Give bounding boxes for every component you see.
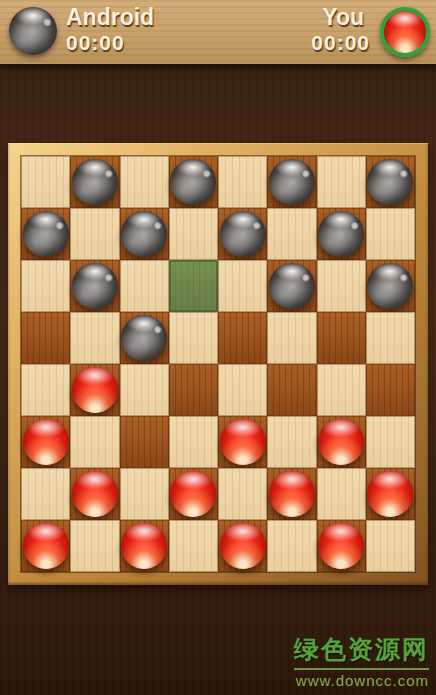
square-r7c2[interactable] bbox=[120, 520, 169, 572]
silver-piece[interactable] bbox=[121, 211, 167, 257]
square-r2c1[interactable] bbox=[70, 260, 119, 312]
square-r5c3 bbox=[169, 416, 218, 468]
watermark-url: www.downcc.com bbox=[294, 672, 429, 689]
square-r5c2[interactable] bbox=[120, 416, 169, 468]
square-r3c5 bbox=[267, 312, 316, 364]
square-r0c5[interactable] bbox=[267, 156, 316, 208]
square-r0c6 bbox=[317, 156, 366, 208]
silver-piece[interactable] bbox=[72, 159, 118, 205]
square-r1c0[interactable] bbox=[21, 208, 70, 260]
square-r4c2 bbox=[120, 364, 169, 416]
red-piece[interactable] bbox=[72, 367, 118, 413]
silver-piece[interactable] bbox=[367, 263, 413, 309]
silver-piece[interactable] bbox=[170, 159, 216, 205]
square-r1c3 bbox=[169, 208, 218, 260]
square-r7c3 bbox=[169, 520, 218, 572]
silver-piece[interactable] bbox=[269, 159, 315, 205]
square-r7c4[interactable] bbox=[218, 520, 267, 572]
square-r3c6[interactable] bbox=[317, 312, 366, 364]
square-r7c7 bbox=[366, 520, 415, 572]
red-piece[interactable] bbox=[23, 419, 69, 465]
square-r1c1 bbox=[70, 208, 119, 260]
square-r1c6[interactable] bbox=[317, 208, 366, 260]
red-piece[interactable] bbox=[23, 523, 69, 569]
board-frame bbox=[8, 143, 428, 585]
square-r6c5[interactable] bbox=[267, 468, 316, 520]
top-bar: Android 00:00 You 00:00 bbox=[0, 0, 436, 67]
square-r7c5 bbox=[267, 520, 316, 572]
square-r6c6 bbox=[317, 468, 366, 520]
square-r5c1 bbox=[70, 416, 119, 468]
square-r1c7 bbox=[366, 208, 415, 260]
silver-piece[interactable] bbox=[269, 263, 315, 309]
square-r4c5[interactable] bbox=[267, 364, 316, 416]
square-r7c1 bbox=[70, 520, 119, 572]
silver-piece[interactable] bbox=[318, 211, 364, 257]
square-r0c7[interactable] bbox=[366, 156, 415, 208]
square-r7c6[interactable] bbox=[317, 520, 366, 572]
silver-piece[interactable] bbox=[220, 211, 266, 257]
square-r0c3[interactable] bbox=[169, 156, 218, 208]
square-r0c0 bbox=[21, 156, 70, 208]
square-r4c1[interactable] bbox=[70, 364, 119, 416]
square-r6c7[interactable] bbox=[366, 468, 415, 520]
square-r5c7 bbox=[366, 416, 415, 468]
square-r3c1 bbox=[70, 312, 119, 364]
silver-piece[interactable] bbox=[72, 263, 118, 309]
square-r5c6[interactable] bbox=[317, 416, 366, 468]
square-r2c7[interactable] bbox=[366, 260, 415, 312]
square-r3c7 bbox=[366, 312, 415, 364]
app-screen: Android 00:00 You 00:00 绿色资源网 www.downcc… bbox=[0, 0, 436, 695]
red-piece[interactable] bbox=[220, 419, 266, 465]
square-r1c4[interactable] bbox=[218, 208, 267, 260]
square-r5c0[interactable] bbox=[21, 416, 70, 468]
square-r0c1[interactable] bbox=[70, 156, 119, 208]
android-player-timer: 00:00 bbox=[66, 31, 125, 55]
board-grid bbox=[21, 156, 415, 572]
square-r2c0 bbox=[21, 260, 70, 312]
red-piece[interactable] bbox=[220, 523, 266, 569]
square-r2c5[interactable] bbox=[267, 260, 316, 312]
square-r6c0 bbox=[21, 468, 70, 520]
android-player-icon bbox=[9, 7, 57, 55]
square-r6c1[interactable] bbox=[70, 468, 119, 520]
square-r1c2[interactable] bbox=[120, 208, 169, 260]
red-piece[interactable] bbox=[318, 419, 364, 465]
you-player-name: You bbox=[322, 4, 364, 31]
you-player-timer: 00:00 bbox=[311, 31, 370, 55]
watermark: 绿色资源网 www.downcc.com bbox=[294, 633, 429, 689]
square-r2c3[interactable] bbox=[169, 260, 218, 312]
square-r4c7[interactable] bbox=[366, 364, 415, 416]
square-r2c2 bbox=[120, 260, 169, 312]
you-player-icon-active-turn bbox=[380, 7, 430, 57]
watermark-divider bbox=[294, 668, 429, 670]
square-r1c5 bbox=[267, 208, 316, 260]
android-player-name: Android bbox=[66, 4, 154, 31]
square-r3c0[interactable] bbox=[21, 312, 70, 364]
red-piece[interactable] bbox=[121, 523, 167, 569]
square-r6c2 bbox=[120, 468, 169, 520]
silver-piece[interactable] bbox=[23, 211, 69, 257]
silver-piece[interactable] bbox=[121, 315, 167, 361]
red-piece[interactable] bbox=[269, 471, 315, 517]
square-r3c3 bbox=[169, 312, 218, 364]
square-r4c4 bbox=[218, 364, 267, 416]
square-r3c4[interactable] bbox=[218, 312, 267, 364]
red-piece[interactable] bbox=[72, 471, 118, 517]
square-r7c0[interactable] bbox=[21, 520, 70, 572]
square-r4c0 bbox=[21, 364, 70, 416]
square-r3c2[interactable] bbox=[120, 312, 169, 364]
square-r2c6 bbox=[317, 260, 366, 312]
square-r4c6 bbox=[317, 364, 366, 416]
red-piece[interactable] bbox=[318, 523, 364, 569]
square-r6c4 bbox=[218, 468, 267, 520]
red-piece[interactable] bbox=[367, 471, 413, 517]
square-r2c4 bbox=[218, 260, 267, 312]
square-r4c3[interactable] bbox=[169, 364, 218, 416]
square-r6c3[interactable] bbox=[169, 468, 218, 520]
watermark-title: 绿色资源网 bbox=[294, 633, 429, 666]
square-r0c2 bbox=[120, 156, 169, 208]
square-r5c4[interactable] bbox=[218, 416, 267, 468]
red-piece[interactable] bbox=[170, 471, 216, 517]
square-r0c4 bbox=[218, 156, 267, 208]
square-r5c5 bbox=[267, 416, 316, 468]
silver-piece[interactable] bbox=[367, 159, 413, 205]
